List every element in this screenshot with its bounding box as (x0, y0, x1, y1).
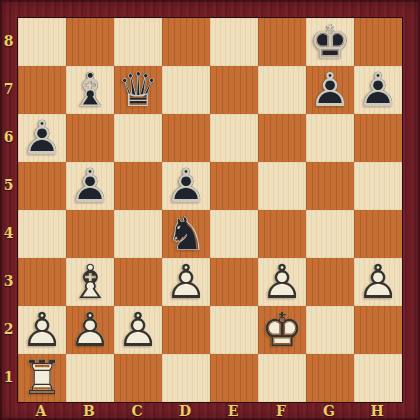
square-d5[interactable]: ♟♙ (162, 162, 210, 210)
piece-black-pawn-g7[interactable]: ♟♙ (306, 66, 354, 114)
pawn-outline-icon: ♙ (354, 258, 402, 306)
pawn-outline-icon: ♙ (354, 66, 402, 114)
square-f3[interactable]: ♟♙ (258, 258, 306, 306)
rank-label-8: 8 (0, 17, 17, 65)
rank-label-7: 7 (0, 65, 17, 113)
square-b1[interactable] (66, 354, 114, 402)
chess-board: ♚♔♝♗♛♕♟♙♟♙♟♙♟♙♟♙♞♘♝♗♟♙♟♙♟♙♟♙♟♙♟♙♚♔♜♖ (17, 17, 403, 403)
square-g2[interactable] (306, 306, 354, 354)
square-c5[interactable] (114, 162, 162, 210)
square-e4[interactable] (210, 210, 258, 258)
square-a3[interactable] (18, 258, 66, 306)
file-label-f: F (257, 402, 305, 420)
pawn-icon: ♟ (306, 66, 354, 114)
rank-label-2: 2 (0, 305, 17, 353)
pawn-outline-icon: ♙ (66, 162, 114, 210)
square-e5[interactable] (210, 162, 258, 210)
pawn-icon: ♟ (258, 258, 306, 306)
pawn-outline-icon: ♙ (162, 162, 210, 210)
square-d6[interactable] (162, 114, 210, 162)
square-c7[interactable]: ♛♕ (114, 66, 162, 114)
file-label-g: G (305, 402, 353, 420)
bishop-icon: ♝ (66, 258, 114, 306)
square-c4[interactable] (114, 210, 162, 258)
piece-black-bishop-b7[interactable]: ♝♗ (66, 66, 114, 114)
pawn-icon: ♟ (18, 114, 66, 162)
file-label-c: C (113, 402, 161, 420)
square-d7[interactable] (162, 66, 210, 114)
piece-black-queen-c7[interactable]: ♛♕ (114, 66, 162, 114)
piece-black-king-g8[interactable]: ♚♔ (306, 18, 354, 66)
square-g5[interactable] (306, 162, 354, 210)
piece-white-pawn-c2[interactable]: ♟♙ (114, 306, 162, 354)
rank-label-1: 1 (0, 353, 17, 401)
pawn-icon: ♟ (66, 162, 114, 210)
square-h1[interactable] (354, 354, 402, 402)
square-b4[interactable] (66, 210, 114, 258)
rook-icon: ♜ (18, 354, 66, 402)
square-f1[interactable] (258, 354, 306, 402)
piece-black-pawn-b5[interactable]: ♟♙ (66, 162, 114, 210)
square-b8[interactable] (66, 18, 114, 66)
square-h3[interactable]: ♟♙ (354, 258, 402, 306)
square-d4[interactable]: ♞♘ (162, 210, 210, 258)
square-a1[interactable]: ♜♖ (18, 354, 66, 402)
square-e8[interactable] (210, 18, 258, 66)
file-label-e: E (209, 402, 257, 420)
pawn-icon: ♟ (18, 306, 66, 354)
square-b5[interactable]: ♟♙ (66, 162, 114, 210)
pawn-icon: ♟ (354, 66, 402, 114)
piece-black-pawn-a6[interactable]: ♟♙ (18, 114, 66, 162)
pawn-outline-icon: ♙ (18, 306, 66, 354)
rook-outline-icon: ♖ (18, 354, 66, 402)
piece-white-pawn-h3[interactable]: ♟♙ (354, 258, 402, 306)
square-b6[interactable] (66, 114, 114, 162)
square-f6[interactable] (258, 114, 306, 162)
square-g1[interactable] (306, 354, 354, 402)
board-frame: ♚♔♝♗♛♕♟♙♟♙♟♙♟♙♟♙♞♘♝♗♟♙♟♙♟♙♟♙♟♙♟♙♚♔♜♖ 876… (0, 0, 420, 420)
square-h6[interactable] (354, 114, 402, 162)
square-e6[interactable] (210, 114, 258, 162)
piece-white-pawn-d3[interactable]: ♟♙ (162, 258, 210, 306)
square-d2[interactable] (162, 306, 210, 354)
square-a5[interactable] (18, 162, 66, 210)
rank-label-5: 5 (0, 161, 17, 209)
square-e1[interactable] (210, 354, 258, 402)
square-c3[interactable] (114, 258, 162, 306)
square-c8[interactable] (114, 18, 162, 66)
king-icon: ♚ (258, 306, 306, 354)
square-g6[interactable] (306, 114, 354, 162)
square-a4[interactable] (18, 210, 66, 258)
square-b7[interactable]: ♝♗ (66, 66, 114, 114)
square-g4[interactable] (306, 210, 354, 258)
square-h5[interactable] (354, 162, 402, 210)
pawn-outline-icon: ♙ (114, 306, 162, 354)
piece-white-king-f2[interactable]: ♚♔ (258, 306, 306, 354)
rank-label-6: 6 (0, 113, 17, 161)
square-a8[interactable] (18, 18, 66, 66)
piece-white-pawn-a2[interactable]: ♟♙ (18, 306, 66, 354)
pawn-icon: ♟ (114, 306, 162, 354)
rank-label-4: 4 (0, 209, 17, 257)
pawn-icon: ♟ (162, 162, 210, 210)
knight-outline-icon: ♘ (162, 210, 210, 258)
square-f5[interactable] (258, 162, 306, 210)
square-h7[interactable]: ♟♙ (354, 66, 402, 114)
square-c1[interactable] (114, 354, 162, 402)
pawn-icon: ♟ (162, 258, 210, 306)
piece-white-rook-a1[interactable]: ♜♖ (18, 354, 66, 402)
square-d8[interactable] (162, 18, 210, 66)
square-e3[interactable] (210, 258, 258, 306)
file-label-h: H (353, 402, 401, 420)
square-h8[interactable] (354, 18, 402, 66)
square-a7[interactable] (18, 66, 66, 114)
piece-white-pawn-f3[interactable]: ♟♙ (258, 258, 306, 306)
square-f2[interactable]: ♚♔ (258, 306, 306, 354)
rank-label-3: 3 (0, 257, 17, 305)
square-d3[interactable]: ♟♙ (162, 258, 210, 306)
piece-black-pawn-d5[interactable]: ♟♙ (162, 162, 210, 210)
square-h2[interactable] (354, 306, 402, 354)
square-d1[interactable] (162, 354, 210, 402)
piece-black-knight-d4[interactable]: ♞♘ (162, 210, 210, 258)
pawn-outline-icon: ♙ (162, 258, 210, 306)
square-a2[interactable]: ♟♙ (18, 306, 66, 354)
square-f8[interactable] (258, 18, 306, 66)
square-e7[interactable] (210, 66, 258, 114)
square-f7[interactable] (258, 66, 306, 114)
king-icon: ♚ (306, 18, 354, 66)
king-outline-icon: ♔ (258, 306, 306, 354)
bishop-icon: ♝ (66, 66, 114, 114)
pawn-outline-icon: ♙ (306, 66, 354, 114)
square-h4[interactable] (354, 210, 402, 258)
bishop-outline-icon: ♗ (66, 66, 114, 114)
knight-icon: ♞ (162, 210, 210, 258)
square-c6[interactable] (114, 114, 162, 162)
pawn-outline-icon: ♙ (66, 306, 114, 354)
square-a6[interactable]: ♟♙ (18, 114, 66, 162)
queen-icon: ♛ (114, 66, 162, 114)
square-b3[interactable]: ♝♗ (66, 258, 114, 306)
piece-white-bishop-b3[interactable]: ♝♗ (66, 258, 114, 306)
king-outline-icon: ♔ (306, 18, 354, 66)
bishop-outline-icon: ♗ (66, 258, 114, 306)
square-f4[interactable] (258, 210, 306, 258)
pawn-icon: ♟ (66, 306, 114, 354)
file-label-b: B (65, 402, 113, 420)
queen-outline-icon: ♕ (114, 66, 162, 114)
piece-white-pawn-b2[interactable]: ♟♙ (66, 306, 114, 354)
square-g3[interactable] (306, 258, 354, 306)
square-b2[interactable]: ♟♙ (66, 306, 114, 354)
file-label-d: D (161, 402, 209, 420)
square-e2[interactable] (210, 306, 258, 354)
pawn-icon: ♟ (354, 258, 402, 306)
square-g7[interactable]: ♟♙ (306, 66, 354, 114)
file-label-a: A (17, 402, 65, 420)
piece-black-pawn-h7[interactable]: ♟♙ (354, 66, 402, 114)
square-c2[interactable]: ♟♙ (114, 306, 162, 354)
pawn-outline-icon: ♙ (258, 258, 306, 306)
square-g8[interactable]: ♚♔ (306, 18, 354, 66)
pawn-outline-icon: ♙ (18, 114, 66, 162)
